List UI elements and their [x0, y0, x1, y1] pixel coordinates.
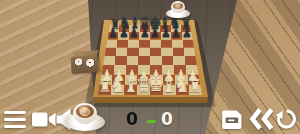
- chess-clock: [70, 47, 102, 79]
- save-icon: [222, 110, 242, 129]
- menu-icon: [4, 111, 26, 114]
- camera-button[interactable]: [32, 112, 56, 131]
- coffee: [76, 105, 94, 118]
- square-e6[interactable]: [150, 40, 161, 48]
- square-b4[interactable]: [115, 56, 127, 65]
- reset-button[interactable]: [275, 107, 298, 134]
- square-a6[interactable]: [106, 40, 117, 48]
- video-camera-icon: [32, 112, 56, 127]
- square-c4[interactable]: [127, 56, 139, 65]
- white-rook-h1[interactable]: ♜: [188, 77, 202, 95]
- square-h6[interactable]: [183, 40, 194, 48]
- rewind-double-chevron-icon: [249, 107, 274, 131]
- square-f5[interactable]: [161, 48, 172, 57]
- menu-button[interactable]: [4, 111, 26, 128]
- coffee-cup-near: [62, 103, 106, 134]
- square-e5[interactable]: [150, 48, 161, 57]
- square-d6[interactable]: [139, 40, 150, 48]
- square-g5[interactable]: [173, 48, 184, 57]
- black-pawn-f7[interactable]: ♟: [161, 26, 171, 39]
- square-g6[interactable]: [172, 40, 183, 48]
- black-pawn-h7[interactable]: ♟: [182, 26, 192, 39]
- square-g4[interactable]: [173, 56, 185, 65]
- score-black: 0: [126, 109, 138, 129]
- black-pawn-a7[interactable]: ♟: [108, 26, 118, 39]
- black-pawn-d7[interactable]: ♟: [140, 26, 150, 39]
- chess-clock-dial-left: [74, 58, 83, 67]
- black-pawn-e7[interactable]: ♟: [150, 26, 160, 39]
- square-d5[interactable]: [139, 48, 150, 57]
- undo-button[interactable]: [249, 107, 274, 134]
- black-pawn-b7[interactable]: ♟: [119, 26, 129, 39]
- save-button[interactable]: [222, 110, 242, 133]
- square-a5[interactable]: [105, 48, 116, 57]
- square-f6[interactable]: [161, 40, 172, 48]
- reset-rotation-icon: [275, 107, 298, 131]
- chess-app-scene: ♜♞♝♛♚♝♞♜♟♟♟♟♟♟♟♟♟♟♟♟♟♟♟♟♜♞♝♛♚♝♞♜: [0, 0, 300, 134]
- black-pawn-c7[interactable]: ♟: [129, 26, 139, 39]
- square-h4[interactable]: [185, 56, 197, 65]
- black-pawn-g7[interactable]: ♟: [171, 26, 181, 39]
- chess-clock-dial-right: [85, 58, 95, 68]
- square-c5[interactable]: [127, 48, 138, 57]
- square-h5[interactable]: [184, 48, 195, 57]
- score-white: 0: [161, 109, 173, 129]
- coffee-cup-far: [165, 1, 192, 19]
- square-b5[interactable]: [116, 48, 127, 57]
- square-d4[interactable]: [138, 56, 150, 65]
- coffee: [173, 3, 183, 10]
- square-e4[interactable]: [150, 56, 162, 65]
- square-c6[interactable]: [128, 40, 139, 48]
- square-b6[interactable]: [117, 40, 128, 48]
- square-a4[interactable]: [103, 56, 115, 65]
- score-separator: [147, 120, 156, 123]
- square-f4[interactable]: [162, 56, 174, 65]
